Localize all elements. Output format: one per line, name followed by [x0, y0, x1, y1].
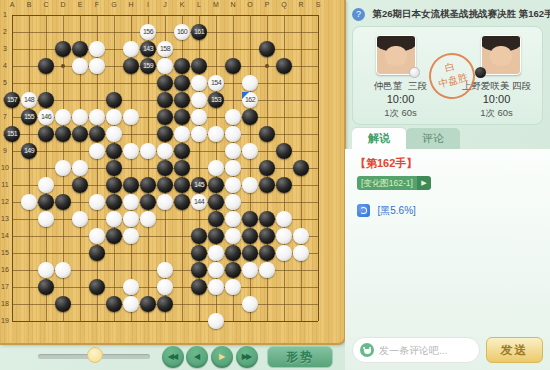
stone-white — [89, 58, 105, 74]
right-panel: ? 第26期日本女流棋圣战挑战赛决胜 第162手 仲邑菫 三段 上野爱咲美 四段… — [345, 0, 550, 370]
stone-white — [242, 143, 258, 159]
stone-white — [140, 143, 156, 159]
column-label: F — [89, 1, 105, 8]
rewind-button[interactable]: ◀◀ — [162, 346, 184, 368]
white-main-time: 10:00 — [353, 93, 448, 105]
stone-white — [72, 58, 88, 74]
stone-white — [123, 279, 139, 295]
stone-black — [89, 279, 105, 295]
player-card: 仲邑菫 三段 上野爱咲美 四段 10:00 10:00 1次 60s 1次 60… — [352, 26, 543, 125]
stone-black — [259, 160, 275, 176]
avatar-face — [490, 46, 512, 66]
stone-white — [140, 211, 156, 227]
stone-black — [208, 211, 224, 227]
row-label: 5 — [0, 79, 10, 86]
stone-black — [123, 58, 139, 74]
stone-white — [89, 143, 105, 159]
stone-black — [191, 279, 207, 295]
stone-white — [123, 211, 139, 227]
send-button[interactable]: 发送 — [486, 337, 543, 363]
ai-estimate-text: [黑5.6%] — [377, 205, 415, 216]
stone-white — [276, 211, 292, 227]
help-icon[interactable]: ? — [352, 8, 365, 21]
column-label: H — [123, 1, 139, 8]
stone-black — [276, 143, 292, 159]
stone-black — [106, 177, 122, 193]
stone-black — [106, 228, 122, 244]
column-label: P — [259, 1, 275, 8]
column-label: R — [293, 1, 309, 8]
stone-white — [225, 211, 241, 227]
stone-white — [157, 262, 173, 278]
grid-line — [12, 321, 318, 322]
stone-black — [55, 194, 71, 210]
stone-black — [106, 143, 122, 159]
stone-white — [225, 194, 241, 210]
column-label: G — [106, 1, 122, 8]
row-label: 16 — [0, 266, 10, 273]
forward-button[interactable]: ▶▶ — [236, 346, 258, 368]
stone-white — [293, 228, 309, 244]
stone-black — [38, 58, 54, 74]
stone-black — [157, 75, 173, 91]
stone-white — [89, 228, 105, 244]
stone-white — [157, 194, 173, 210]
stone-white — [276, 228, 292, 244]
stone-white — [123, 41, 139, 57]
stone-black — [174, 75, 190, 91]
stone-black: 151 — [4, 126, 20, 142]
stone-black — [89, 245, 105, 261]
stone-black — [208, 228, 224, 244]
star-point — [61, 64, 65, 68]
app-window: A1B2C3D4E5F6G7H8I9J10K11L12M13N14O15P16Q… — [0, 0, 550, 370]
row-label: 4 — [0, 62, 10, 69]
stone-white — [174, 126, 190, 142]
stone-black — [208, 194, 224, 210]
stone-white — [89, 194, 105, 210]
stone-white: 158 — [157, 41, 173, 57]
stone-black — [276, 58, 292, 74]
stone-white — [123, 296, 139, 312]
row-label: 14 — [0, 232, 10, 239]
comment-bar: 发一条评论吧... 发送 — [352, 337, 543, 363]
stone-black — [106, 160, 122, 176]
avatar-face — [385, 46, 407, 66]
stone-white — [208, 262, 224, 278]
situation-button[interactable]: 形势 — [267, 346, 333, 368]
stone-white — [89, 41, 105, 57]
column-label: B — [21, 1, 37, 8]
stone-white — [106, 109, 122, 125]
stone-white — [55, 109, 71, 125]
stone-black — [157, 160, 173, 176]
stone-black — [157, 296, 173, 312]
stone-black — [38, 92, 54, 108]
stone-black — [242, 109, 258, 125]
variation-tag-button[interactable]: [变化图162-1] — [357, 176, 417, 190]
stone-black — [191, 58, 207, 74]
stone-black — [242, 211, 258, 227]
stone-white — [157, 143, 173, 159]
stone-white — [225, 143, 241, 159]
stone-black — [72, 177, 88, 193]
stone-white — [191, 126, 207, 142]
stone-white — [208, 313, 224, 329]
column-label: M — [208, 1, 224, 8]
stone-white — [106, 211, 122, 227]
stone-white — [225, 109, 241, 125]
stone-black — [174, 194, 190, 210]
board-toolbar: ◀◀ ◀ ▶ ▶▶ 形势 — [0, 343, 345, 370]
stone-black — [191, 245, 207, 261]
stone-white: 160 — [174, 24, 190, 40]
stone-black — [123, 177, 139, 193]
stone-black: 157 — [4, 92, 20, 108]
move-header: 【第162手】 — [355, 156, 417, 171]
row-label: 11 — [0, 181, 10, 188]
column-label: C — [38, 1, 54, 8]
stone-white: 154 — [208, 75, 224, 91]
stone-white — [191, 75, 207, 91]
stone-black — [174, 109, 190, 125]
stone-white — [242, 262, 258, 278]
stone-black: 159 — [140, 58, 156, 74]
column-label: S — [310, 1, 326, 8]
game-title: 第26期日本女流棋圣战挑战赛决胜 第162手 — [372, 8, 550, 21]
stone-white — [225, 177, 241, 193]
stone-black — [106, 92, 122, 108]
stone-white — [225, 228, 241, 244]
stone-black — [242, 245, 258, 261]
variation-row: [变化图162-1]▶ — [357, 176, 431, 190]
stone-black — [225, 245, 241, 261]
row-label: 1 — [0, 11, 10, 18]
stone-white — [38, 262, 54, 278]
stone-black — [106, 194, 122, 210]
stone-black: 155 — [21, 109, 37, 125]
stone-black: 145 — [191, 177, 207, 193]
stone-black — [259, 245, 275, 261]
stone-black — [242, 228, 258, 244]
column-label: Q — [276, 1, 292, 8]
stone-black — [157, 126, 173, 142]
stone-black — [157, 92, 173, 108]
stone-black — [259, 228, 275, 244]
column-label: A — [4, 1, 20, 8]
stone-white — [242, 75, 258, 91]
commentary-panel: 【第162手】 [变化图162-1]▶ [黑5.6%] 发一条评论吧... 发送 — [345, 149, 550, 370]
row-label: 18 — [0, 300, 10, 307]
stone-black — [38, 279, 54, 295]
move-slider-knob[interactable] — [87, 347, 103, 363]
stone-white — [225, 279, 241, 295]
stone-black — [38, 194, 54, 210]
white-byoyomi: 1次 60s — [353, 107, 448, 120]
stone-white — [21, 194, 37, 210]
stone-black — [174, 143, 190, 159]
stone-black — [191, 228, 207, 244]
stone-black — [191, 262, 207, 278]
stone-black — [225, 262, 241, 278]
stone-white — [123, 228, 139, 244]
variation-play-icon[interactable]: ▶ — [417, 176, 431, 190]
comment-input[interactable]: 发一条评论吧... — [352, 337, 480, 363]
stone-black — [293, 160, 309, 176]
column-label: E — [72, 1, 88, 8]
stone-black — [106, 296, 122, 312]
stone-black — [38, 126, 54, 142]
stone-black — [174, 92, 190, 108]
stone-white — [191, 109, 207, 125]
stone-white — [225, 126, 241, 142]
stone-white — [208, 126, 224, 142]
stone-black — [208, 177, 224, 193]
stone-black — [55, 126, 71, 142]
tab-comments[interactable]: 评论 — [406, 128, 460, 149]
stone-white — [123, 143, 139, 159]
stone-white — [157, 58, 173, 74]
stone-white — [242, 177, 258, 193]
grid-line — [318, 15, 319, 321]
star-point — [265, 64, 269, 68]
stone-black: 149 — [21, 143, 37, 159]
stone-white — [208, 279, 224, 295]
stone-white — [208, 245, 224, 261]
column-label: O — [242, 1, 258, 8]
stone-black — [174, 160, 190, 176]
stone-white — [72, 211, 88, 227]
stone-white: 156 — [140, 24, 156, 40]
ai-winrate-icon — [357, 204, 370, 217]
stone-black: 161 — [191, 24, 207, 40]
stone-black — [259, 211, 275, 227]
stone-white — [38, 177, 54, 193]
stone-white — [208, 160, 224, 176]
avatar-black-player — [481, 35, 521, 75]
row-label: 13 — [0, 215, 10, 222]
stone-black — [72, 41, 88, 57]
stone-black — [89, 126, 105, 142]
black-byoyomi: 1次 60s — [449, 107, 544, 120]
stone-white — [259, 262, 275, 278]
stone-black — [174, 58, 190, 74]
prev-move-button[interactable]: ◀ — [186, 346, 208, 368]
stone-black: 143 — [140, 41, 156, 57]
stone-black — [140, 194, 156, 210]
stone-white: 146 — [38, 109, 54, 125]
stone-white — [55, 262, 71, 278]
stone-white — [293, 245, 309, 261]
stone-white — [72, 109, 88, 125]
stone-black — [157, 109, 173, 125]
row-label: 12 — [0, 198, 10, 205]
stone-white — [123, 194, 139, 210]
stone-black — [55, 41, 71, 57]
column-label: N — [225, 1, 241, 8]
column-label: D — [55, 1, 71, 8]
tab-commentary[interactable]: 解说 — [352, 128, 406, 149]
stone-white — [38, 211, 54, 227]
stone-white — [276, 245, 292, 261]
column-label: K — [174, 1, 190, 8]
stone-white — [89, 109, 105, 125]
stone-black — [174, 177, 190, 193]
stone-black — [157, 177, 173, 193]
white-stone-indicator — [409, 67, 420, 78]
column-label: I — [140, 1, 156, 8]
stone-black — [72, 126, 88, 142]
stone-white: 144 — [191, 194, 207, 210]
row-label: 17 — [0, 283, 10, 290]
last-move-marker — [242, 92, 249, 99]
play-button[interactable]: ▶ — [211, 346, 233, 368]
stone-black — [55, 296, 71, 312]
stone-white — [55, 160, 71, 176]
row-label: 2 — [0, 28, 10, 35]
ai-estimate-row: [黑5.6%] — [357, 201, 416, 215]
row-label: 3 — [0, 45, 10, 52]
stone-white — [106, 126, 122, 142]
stone-white — [157, 279, 173, 295]
comment-placeholder: 发一条评论吧... — [379, 344, 447, 358]
stone-black — [276, 177, 292, 193]
stone-white — [242, 296, 258, 312]
go-board[interactable]: A1B2C3D4E5F6G7H8I9J10K11L12M13N14O15P16Q… — [0, 0, 346, 345]
stone-black — [225, 58, 241, 74]
stone-black — [259, 177, 275, 193]
row-label: 9 — [0, 147, 10, 154]
black-stone-indicator — [475, 67, 486, 78]
stone-white: 148 — [21, 92, 37, 108]
row-label: 7 — [0, 113, 10, 120]
stone-black — [140, 296, 156, 312]
stone-black: 153 — [208, 92, 224, 108]
stone-black — [259, 41, 275, 57]
stone-white — [225, 160, 241, 176]
stone-white — [123, 109, 139, 125]
row-label: 10 — [0, 164, 10, 171]
emoji-icon[interactable] — [360, 343, 374, 357]
stone-white — [72, 160, 88, 176]
column-label: L — [191, 1, 207, 8]
stone-white — [191, 92, 207, 108]
stone-black — [140, 177, 156, 193]
row-label: 15 — [0, 249, 10, 256]
title-row: ? 第26期日本女流棋圣战挑战赛决胜 第162手 — [352, 5, 548, 21]
stone-black — [259, 126, 275, 142]
row-label: 19 — [0, 317, 10, 324]
column-label: J — [157, 1, 173, 8]
